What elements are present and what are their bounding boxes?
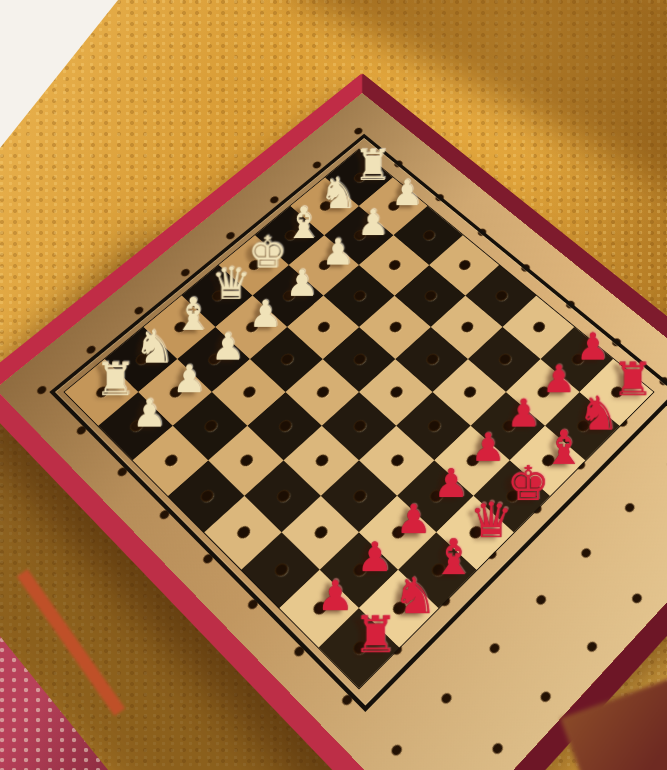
photo-scene: ♜♞♝♛♚♝♞♜♟♟♟♟♟♟♟♟♟♟♟♟♟♟♟♟♜♞♝♛♚♝♞♜ [0, 0, 667, 770]
square-c4[interactable] [247, 392, 321, 460]
square-e6[interactable] [396, 392, 470, 460]
piece-white-pawn[interactable]: ♟ [123, 385, 176, 440]
square-d5[interactable] [322, 392, 396, 460]
piece-black-rook[interactable]: ♜ [347, 604, 404, 663]
